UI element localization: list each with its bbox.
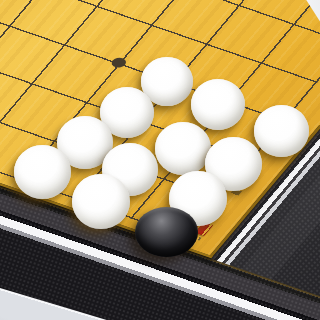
white-stone[interactable]: ○: [14, 145, 71, 199]
white-stone[interactable]: ○: [155, 122, 211, 175]
black-stone[interactable]: ●: [135, 207, 198, 257]
white-stone-glyph: ○: [14, 145, 71, 199]
white-stone[interactable]: ○: [72, 174, 130, 229]
black-stone-glyph: ●: [135, 207, 198, 257]
white-stone-glyph: ○: [254, 105, 309, 157]
white-stone[interactable]: ○: [254, 105, 309, 157]
stones-layer: ○○○○○○○○○○○●: [0, 0, 320, 320]
white-stone-glyph: ○: [155, 122, 211, 175]
product-photo-go-set: ○○○○○○○○○○○●: [0, 0, 320, 320]
white-stone-glyph: ○: [72, 174, 130, 229]
